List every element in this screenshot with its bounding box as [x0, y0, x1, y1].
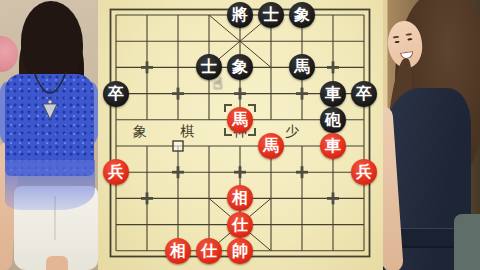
left-photo: [0, 0, 100, 270]
piece-red-elephant[interactable]: 相: [227, 185, 253, 211]
piece-black-general[interactable]: 將: [227, 2, 253, 28]
piece-red-advisor[interactable]: 仕: [227, 212, 253, 238]
piece-red-chariot[interactable]: 車: [320, 133, 346, 159]
piece-black-elephant[interactable]: 象: [289, 2, 315, 28]
xiangqi-board[interactable]: 象棋神少 將士象士象馬卒車卒砲馬馬車兵兵相仕相仕帥 ☝: [98, 0, 383, 270]
pink-object: [0, 36, 18, 72]
screenshot-root: 象棋神少 將士象士象馬卒車卒砲馬馬車兵兵相仕相仕帥 ☝: [0, 0, 480, 270]
pieces-layer: 將士象士象馬卒車卒砲馬馬車兵兵相仕相仕帥: [98, 0, 383, 270]
piece-black-elephant[interactable]: 象: [227, 54, 253, 80]
piece-black-soldier[interactable]: 卒: [351, 81, 377, 107]
piece-red-horse[interactable]: 馬: [227, 107, 253, 133]
piece-red-horse[interactable]: 馬: [258, 133, 284, 159]
piece-black-advisor[interactable]: 士: [196, 54, 222, 80]
piece-black-advisor[interactable]: 士: [258, 2, 284, 28]
piece-red-general[interactable]: 帥: [227, 238, 253, 264]
piece-red-advisor[interactable]: 仕: [196, 238, 222, 264]
piece-red-soldier[interactable]: 兵: [351, 159, 377, 185]
legs: [46, 256, 68, 270]
piece-black-cannon[interactable]: 砲: [320, 107, 346, 133]
piece-red-elephant[interactable]: 相: [165, 238, 191, 264]
necklace: [28, 70, 72, 126]
eye: [395, 41, 400, 44]
eye: [407, 38, 412, 41]
background-corner: [454, 214, 480, 270]
piece-black-soldier[interactable]: 卒: [103, 81, 129, 107]
right-photo: [383, 0, 480, 270]
eyebrow: [406, 33, 412, 35]
sheer-hem: [5, 160, 95, 210]
piece-red-soldier[interactable]: 兵: [103, 159, 129, 185]
eyebrow: [393, 36, 399, 38]
piece-black-chariot[interactable]: 車: [320, 81, 346, 107]
piece-black-horse[interactable]: 馬: [289, 54, 315, 80]
